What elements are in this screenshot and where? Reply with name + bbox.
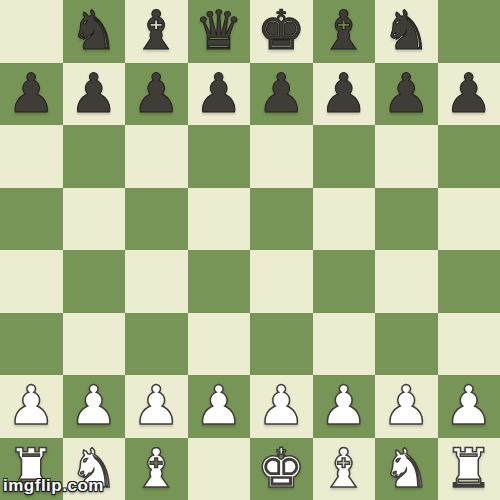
square-b4[interactable]	[63, 250, 126, 313]
square-a3[interactable]	[0, 313, 63, 376]
piece-white-rook[interactable]: ♜	[445, 442, 493, 496]
square-b1[interactable]: ♞	[63, 438, 126, 500]
piece-white-pawn[interactable]: ♟	[257, 379, 305, 433]
square-e1[interactable]: ♚	[250, 438, 313, 500]
square-a6[interactable]	[0, 125, 63, 188]
square-c2[interactable]: ♟	[125, 375, 188, 438]
piece-black-pawn[interactable]: ♟	[257, 67, 305, 121]
piece-black-knight[interactable]: ♞	[382, 4, 430, 58]
piece-white-pawn[interactable]: ♟	[382, 379, 430, 433]
square-g2[interactable]: ♟	[375, 375, 438, 438]
square-g7[interactable]: ♟	[375, 63, 438, 126]
square-d5[interactable]	[188, 188, 251, 251]
square-a5[interactable]	[0, 188, 63, 251]
square-c5[interactable]	[125, 188, 188, 251]
square-d8[interactable]: ♛	[188, 0, 251, 63]
square-e8[interactable]: ♚	[250, 0, 313, 63]
square-a1[interactable]: ♜	[0, 438, 63, 500]
square-a7[interactable]: ♟	[0, 63, 63, 126]
piece-black-bishop[interactable]: ♝	[132, 4, 180, 58]
square-e3[interactable]	[250, 313, 313, 376]
square-g3[interactable]	[375, 313, 438, 376]
piece-white-pawn[interactable]: ♟	[320, 379, 368, 433]
piece-white-rook[interactable]: ♜	[7, 442, 55, 496]
piece-black-pawn[interactable]: ♟	[320, 67, 368, 121]
square-h8[interactable]	[438, 0, 500, 63]
square-g5[interactable]	[375, 188, 438, 251]
piece-black-pawn[interactable]: ♟	[195, 67, 243, 121]
square-f7[interactable]: ♟	[313, 63, 376, 126]
piece-white-pawn[interactable]: ♟	[70, 379, 118, 433]
square-g8[interactable]: ♞	[375, 0, 438, 63]
square-b7[interactable]: ♟	[63, 63, 126, 126]
square-d6[interactable]	[188, 125, 251, 188]
square-f2[interactable]: ♟	[313, 375, 376, 438]
piece-white-knight[interactable]: ♞	[70, 442, 118, 496]
chess-board: ♞♝♛♚♝♞♟♟♟♟♟♟♟♟♟♟♟♟♟♟♟♟♜♞♝♚♝♞♜	[0, 0, 500, 500]
square-d1[interactable]	[188, 438, 251, 500]
square-e7[interactable]: ♟	[250, 63, 313, 126]
square-c3[interactable]	[125, 313, 188, 376]
square-f6[interactable]	[313, 125, 376, 188]
square-h1[interactable]: ♜	[438, 438, 500, 500]
piece-black-king[interactable]: ♚	[257, 4, 305, 58]
piece-black-pawn[interactable]: ♟	[132, 67, 180, 121]
square-h6[interactable]	[438, 125, 500, 188]
square-c4[interactable]	[125, 250, 188, 313]
piece-black-pawn[interactable]: ♟	[382, 67, 430, 121]
piece-black-pawn[interactable]: ♟	[70, 67, 118, 121]
square-a8[interactable]	[0, 0, 63, 63]
square-f3[interactable]	[313, 313, 376, 376]
square-f1[interactable]: ♝	[313, 438, 376, 500]
square-e5[interactable]	[250, 188, 313, 251]
piece-black-pawn[interactable]: ♟	[445, 67, 493, 121]
square-c7[interactable]: ♟	[125, 63, 188, 126]
square-g1[interactable]: ♞	[375, 438, 438, 500]
piece-white-pawn[interactable]: ♟	[132, 379, 180, 433]
piece-white-knight[interactable]: ♞	[382, 442, 430, 496]
square-g4[interactable]	[375, 250, 438, 313]
square-b5[interactable]	[63, 188, 126, 251]
square-g6[interactable]	[375, 125, 438, 188]
square-a2[interactable]: ♟	[0, 375, 63, 438]
square-f5[interactable]	[313, 188, 376, 251]
square-b8[interactable]: ♞	[63, 0, 126, 63]
square-e6[interactable]	[250, 125, 313, 188]
piece-white-pawn[interactable]: ♟	[7, 379, 55, 433]
piece-black-knight[interactable]: ♞	[70, 4, 118, 58]
square-c8[interactable]: ♝	[125, 0, 188, 63]
square-b6[interactable]	[63, 125, 126, 188]
piece-black-bishop[interactable]: ♝	[320, 4, 368, 58]
square-b3[interactable]	[63, 313, 126, 376]
piece-white-king[interactable]: ♚	[257, 442, 305, 496]
square-d4[interactable]	[188, 250, 251, 313]
square-b2[interactable]: ♟	[63, 375, 126, 438]
piece-white-pawn[interactable]: ♟	[195, 379, 243, 433]
square-d7[interactable]: ♟	[188, 63, 251, 126]
square-e2[interactable]: ♟	[250, 375, 313, 438]
square-c6[interactable]	[125, 125, 188, 188]
square-c1[interactable]: ♝	[125, 438, 188, 500]
square-h5[interactable]	[438, 188, 500, 251]
square-f8[interactable]: ♝	[313, 0, 376, 63]
square-d2[interactable]: ♟	[188, 375, 251, 438]
square-h2[interactable]: ♟	[438, 375, 500, 438]
square-f4[interactable]	[313, 250, 376, 313]
square-h7[interactable]: ♟	[438, 63, 500, 126]
square-e4[interactable]	[250, 250, 313, 313]
piece-white-bishop[interactable]: ♝	[132, 442, 180, 496]
piece-white-bishop[interactable]: ♝	[320, 442, 368, 496]
piece-black-queen[interactable]: ♛	[195, 4, 243, 58]
square-a4[interactable]	[0, 250, 63, 313]
square-h4[interactable]	[438, 250, 500, 313]
square-d3[interactable]	[188, 313, 251, 376]
square-h3[interactable]	[438, 313, 500, 376]
piece-black-pawn[interactable]: ♟	[7, 67, 55, 121]
piece-white-pawn[interactable]: ♟	[445, 379, 493, 433]
